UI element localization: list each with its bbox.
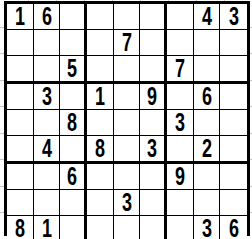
cell-r3c2[interactable] [34,56,61,84]
given-digit: 6 [229,216,239,239]
cell-r3c9[interactable] [220,56,247,84]
cell-r3c7[interactable]: 7 [167,56,194,84]
given-digit: 9 [147,84,157,109]
cell-r4c1[interactable] [7,84,34,110]
cell-r7c8[interactable] [194,164,221,190]
cell-r4c8[interactable]: 6 [194,84,221,110]
cell-r5c2[interactable] [34,110,61,136]
cell-r9c9[interactable]: 6 [220,216,247,239]
cell-r8c5[interactable]: 3 [114,190,141,216]
cell-r7c5[interactable] [114,164,141,190]
given-digit: 7 [175,56,185,81]
given-digit: 1 [41,216,51,239]
cell-r9c5[interactable] [114,216,141,239]
cell-r2c8[interactable] [194,30,221,56]
cell-r2c9[interactable] [220,30,247,56]
cell-r5c9[interactable] [220,110,247,136]
cell-r8c4[interactable] [87,190,114,216]
cell-r2c6[interactable] [140,30,167,56]
given-digit: 6 [67,164,77,189]
given-digit: 4 [201,4,211,29]
cell-r3c8[interactable] [194,56,221,84]
cell-r7c2[interactable] [34,164,61,190]
cell-r6c8[interactable]: 2 [194,136,221,164]
cell-r8c7[interactable] [167,190,194,216]
cell-r5c6[interactable] [140,110,167,136]
cell-r4c2[interactable]: 3 [34,84,61,110]
cell-r4c6[interactable]: 9 [140,84,167,110]
cell-r6c3[interactable] [60,136,87,164]
cell-r2c1[interactable] [7,30,34,56]
cell-r8c6[interactable] [140,190,167,216]
cell-r7c3[interactable]: 6 [60,164,87,190]
given-digit: 6 [201,84,211,109]
cell-r6c6[interactable]: 3 [140,136,167,164]
cell-r6c1[interactable] [7,136,34,164]
cell-r3c6[interactable] [140,56,167,84]
cell-r9c2[interactable]: 1 [34,216,61,239]
cell-r1c1[interactable]: 1 [7,4,34,30]
cell-r6c7[interactable] [167,136,194,164]
cell-r2c5[interactable]: 7 [114,30,141,56]
cell-r7c9[interactable] [220,164,247,190]
cell-r4c3[interactable] [60,84,87,110]
cell-r1c6[interactable] [140,4,167,30]
cell-r5c3[interactable]: 8 [60,110,87,136]
given-digit: 9 [175,164,185,189]
cell-r4c9[interactable] [220,84,247,110]
cell-r1c4[interactable] [87,4,114,30]
cell-r3c1[interactable] [7,56,34,84]
cell-r8c9[interactable] [220,190,247,216]
cell-r1c3[interactable] [60,4,87,30]
cell-r6c4[interactable]: 8 [87,136,114,164]
cell-r8c3[interactable] [60,190,87,216]
cell-r5c5[interactable] [114,110,141,136]
given-digit: 7 [121,30,131,55]
given-digit: 3 [121,190,131,215]
cell-r1c8[interactable]: 4 [194,4,221,30]
given-digit: 3 [201,216,211,239]
cell-r1c5[interactable] [114,4,141,30]
cell-r9c7[interactable] [167,216,194,239]
cell-r8c1[interactable] [7,190,34,216]
cell-r4c5[interactable] [114,84,141,110]
cell-r9c1[interactable]: 8 [7,216,34,239]
given-digit: 5 [67,56,77,81]
given-digit: 3 [41,84,51,109]
given-digit: 3 [229,4,239,29]
given-digit: 4 [41,136,51,161]
cell-r9c3[interactable] [60,216,87,239]
cell-r5c4[interactable] [87,110,114,136]
given-digit: 3 [147,136,157,161]
cell-r6c9[interactable] [220,136,247,164]
given-digit: 8 [67,110,77,135]
given-digit: 1 [95,84,105,109]
cell-r5c8[interactable] [194,110,221,136]
cell-r2c7[interactable] [167,30,194,56]
cell-r7c7[interactable]: 9 [167,164,194,190]
given-digit: 8 [15,216,25,239]
cell-r5c1[interactable] [7,110,34,136]
given-digit: 8 [95,136,105,161]
cell-r9c8[interactable]: 3 [194,216,221,239]
cell-r7c1[interactable] [7,164,34,190]
cell-r8c2[interactable] [34,190,61,216]
cell-r6c5[interactable] [114,136,141,164]
cell-r6c2[interactable]: 4 [34,136,61,164]
cell-r7c6[interactable] [140,164,167,190]
cell-r3c3[interactable]: 5 [60,56,87,84]
cell-r7c4[interactable] [87,164,114,190]
cell-r9c6[interactable] [140,216,167,239]
cell-r3c5[interactable] [114,56,141,84]
given-digit: 2 [201,136,211,161]
cell-r4c4[interactable]: 1 [87,84,114,110]
cell-r5c7[interactable]: 3 [167,110,194,136]
cell-r1c2[interactable]: 6 [34,4,61,30]
given-digit: 3 [175,110,185,135]
cell-r1c7[interactable] [167,4,194,30]
cell-r2c2[interactable] [34,30,61,56]
given-digit: 6 [41,4,51,29]
cell-r1c9[interactable]: 3 [220,4,247,30]
cell-r2c3[interactable] [60,30,87,56]
cell-r4c7[interactable] [167,84,194,110]
given-digit: 1 [15,4,25,29]
cell-r3c4[interactable] [87,56,114,84]
cell-r2c4[interactable] [87,30,114,56]
cell-r9c4[interactable] [87,216,114,239]
cell-r8c8[interactable] [194,190,221,216]
sudoku-board: 164375731968348326938136 [4,1,250,236]
